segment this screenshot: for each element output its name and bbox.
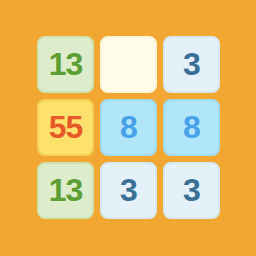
tile-3-r3c3: 3 xyxy=(163,162,220,219)
tile-3-r1c3: 3 xyxy=(163,36,220,93)
tile-8-r2c2: 8 xyxy=(100,99,157,156)
tile-8-r2c3: 8 xyxy=(163,99,220,156)
tile-13-r3c1: 13 xyxy=(37,162,94,219)
game-background: { "game": "fibonacci-merge-puzzle-2048-s… xyxy=(0,0,256,256)
tile-3-r3c2: 3 xyxy=(100,162,157,219)
puzzle-board[interactable]: 13355881333 xyxy=(37,36,220,219)
tile-55-r2c1: 55 xyxy=(37,99,94,156)
tile-13-r1c1: 13 xyxy=(37,36,94,93)
empty-cell-r1c2 xyxy=(100,36,157,93)
